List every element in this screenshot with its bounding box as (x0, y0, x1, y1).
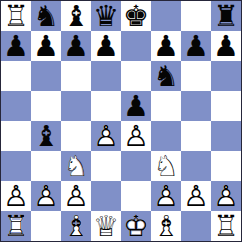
square-e7[interactable] (121, 31, 151, 61)
black-rook: ♜ (211, 1, 241, 31)
black-pawn: ♟ (31, 31, 61, 61)
square-c8[interactable]: ♝ (61, 1, 91, 31)
square-f3[interactable]: ♞♘ (151, 151, 181, 181)
black-pawn: ♟ (181, 31, 211, 61)
white-pawn: ♟♙ (211, 181, 241, 211)
square-g4[interactable] (181, 121, 211, 151)
square-b7[interactable]: ♟ (31, 31, 61, 61)
square-d8[interactable]: ♛ (91, 1, 121, 31)
white-pawn: ♟♙ (61, 181, 91, 211)
square-d3[interactable] (91, 151, 121, 181)
square-a1[interactable]: ♜♖ (1, 211, 31, 241)
square-e6[interactable] (121, 61, 151, 91)
square-d1[interactable]: ♛♕ (91, 211, 121, 241)
square-a4[interactable] (1, 121, 31, 151)
white-pawn: ♟♙ (151, 181, 181, 211)
square-d4[interactable]: ♟♙ (91, 121, 121, 151)
square-b6[interactable] (31, 61, 61, 91)
chess-board-screenshot: ♜♖♞♝♛♚♜♟♟♟♟♟♟♟♞♟♝♟♙♟♙♞♘♞♘♟♙♟♙♟♙♟♙♟♙♟♙♜♖♝… (0, 0, 242, 242)
white-pawn: ♟♙ (181, 181, 211, 211)
square-d5[interactable] (91, 91, 121, 121)
square-h8[interactable]: ♜ (211, 1, 241, 31)
square-g5[interactable] (181, 91, 211, 121)
square-g1[interactable] (181, 211, 211, 241)
square-f5[interactable] (151, 91, 181, 121)
square-e2[interactable] (121, 181, 151, 211)
square-c5[interactable] (61, 91, 91, 121)
black-pawn: ♟ (61, 31, 91, 61)
square-h3[interactable] (211, 151, 241, 181)
square-g3[interactable] (181, 151, 211, 181)
square-h7[interactable]: ♟ (211, 31, 241, 61)
square-c2[interactable]: ♟♙ (61, 181, 91, 211)
white-pawn: ♟♙ (91, 121, 121, 151)
square-a5[interactable] (1, 91, 31, 121)
square-e5[interactable]: ♟ (121, 91, 151, 121)
white-bishop: ♝♗ (151, 211, 181, 241)
white-knight: ♞♘ (151, 151, 181, 181)
white-pawn: ♟♙ (1, 181, 31, 211)
square-d2[interactable] (91, 181, 121, 211)
chess-board: ♜♖♞♝♛♚♜♟♟♟♟♟♟♟♞♟♝♟♙♟♙♞♘♞♘♟♙♟♙♟♙♟♙♟♙♟♙♜♖♝… (0, 0, 242, 242)
square-c1[interactable]: ♝♗ (61, 211, 91, 241)
square-b2[interactable]: ♟♙ (31, 181, 61, 211)
square-a7[interactable]: ♟ (1, 31, 31, 61)
square-g7[interactable]: ♟ (181, 31, 211, 61)
square-g8[interactable] (181, 1, 211, 31)
square-e3[interactable] (121, 151, 151, 181)
square-b1[interactable] (31, 211, 61, 241)
square-d6[interactable] (91, 61, 121, 91)
white-pawn: ♟♙ (31, 181, 61, 211)
square-c6[interactable] (61, 61, 91, 91)
square-f4[interactable] (151, 121, 181, 151)
square-b8[interactable]: ♞ (31, 1, 61, 31)
white-queen: ♛♕ (91, 211, 121, 241)
square-b4[interactable]: ♝ (31, 121, 61, 151)
square-h5[interactable] (211, 91, 241, 121)
square-g6[interactable] (181, 61, 211, 91)
square-d7[interactable]: ♟ (91, 31, 121, 61)
square-h4[interactable] (211, 121, 241, 151)
black-pawn: ♟ (1, 31, 31, 61)
square-f6[interactable]: ♞ (151, 61, 181, 91)
white-bishop: ♝♗ (61, 211, 91, 241)
square-e8[interactable]: ♚ (121, 1, 151, 31)
square-a2[interactable]: ♟♙ (1, 181, 31, 211)
square-a3[interactable] (1, 151, 31, 181)
square-e1[interactable]: ♚♔ (121, 211, 151, 241)
black-knight: ♞ (31, 1, 61, 31)
white-knight: ♞♘ (61, 151, 91, 181)
black-pawn: ♟ (91, 31, 121, 61)
square-c7[interactable]: ♟ (61, 31, 91, 61)
square-h1[interactable]: ♜♖ (211, 211, 241, 241)
white-rook: ♜♖ (1, 211, 31, 241)
square-f1[interactable]: ♝♗ (151, 211, 181, 241)
square-a6[interactable] (1, 61, 31, 91)
square-f2[interactable]: ♟♙ (151, 181, 181, 211)
square-f7[interactable]: ♟ (151, 31, 181, 61)
square-g2[interactable]: ♟♙ (181, 181, 211, 211)
black-pawn: ♟ (151, 31, 181, 61)
black-queen: ♛ (91, 1, 121, 31)
black-knight: ♞ (151, 61, 181, 91)
square-h6[interactable] (211, 61, 241, 91)
white-pawn: ♟♙ (121, 121, 151, 151)
square-c3[interactable]: ♞♘ (61, 151, 91, 181)
square-b3[interactable] (31, 151, 61, 181)
square-h2[interactable]: ♟♙ (211, 181, 241, 211)
white-king: ♚♔ (121, 211, 151, 241)
black-pawn: ♟ (211, 31, 241, 61)
black-king: ♚ (121, 1, 151, 31)
square-f8[interactable] (151, 1, 181, 31)
square-c4[interactable] (61, 121, 91, 151)
black-pawn: ♟ (121, 91, 151, 121)
square-b5[interactable] (31, 91, 61, 121)
white-rook: ♜♖ (1, 1, 31, 31)
black-bishop: ♝ (61, 1, 91, 31)
black-bishop: ♝ (31, 121, 61, 151)
square-e4[interactable]: ♟♙ (121, 121, 151, 151)
square-a8[interactable]: ♜♖ (1, 1, 31, 31)
white-rook: ♜♖ (211, 211, 241, 241)
